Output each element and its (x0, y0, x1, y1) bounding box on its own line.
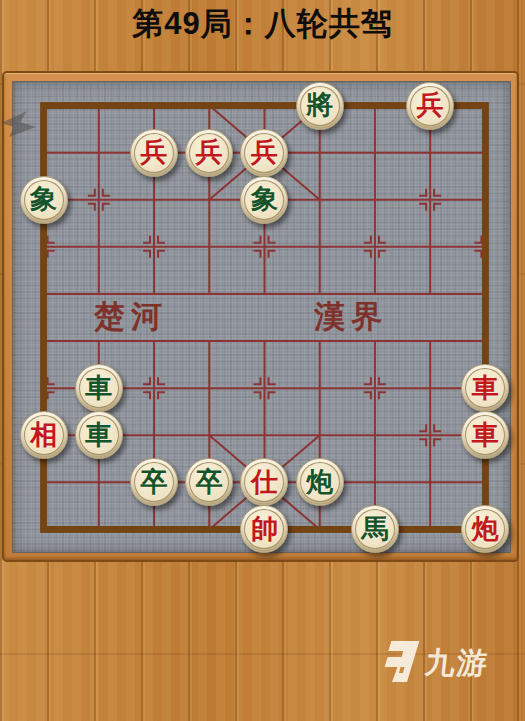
piece-red-soldier[interactable]: 兵 (130, 129, 178, 177)
piece-label: 車 (472, 422, 499, 449)
piece-label: 將 (306, 92, 333, 119)
board-intersections[interactable]: 將兵兵兵兵象象車車相車車卒卒仕炮帥馬炮 (16, 82, 513, 553)
piece-label: 仕 (251, 469, 278, 496)
piece-black-cannon[interactable]: 炮 (296, 458, 344, 506)
piece-label: 炮 (306, 469, 333, 496)
piece-label: 兵 (141, 139, 168, 166)
piece-black-elephant[interactable]: 象 (20, 176, 68, 224)
piece-label: 相 (30, 422, 57, 449)
piece-red-elephant[interactable]: 相 (20, 411, 68, 459)
piece-label: 卒 (196, 469, 223, 496)
piece-red-advisor[interactable]: 仕 (240, 458, 288, 506)
piece-label: 帥 (251, 516, 278, 543)
piece-black-general[interactable]: 將 (296, 82, 344, 130)
piece-black-elephant[interactable]: 象 (240, 176, 288, 224)
jiuyou-logo: 九游 (379, 640, 492, 686)
piece-label: 車 (85, 422, 112, 449)
piece-red-soldier[interactable]: 兵 (406, 82, 454, 130)
piece-black-horse[interactable]: 馬 (351, 505, 399, 553)
board-cloth: 楚河 漢界 將兵兵兵兵象象車車相車車卒卒仕炮帥馬炮 (12, 81, 511, 553)
piece-black-chariot[interactable]: 車 (75, 364, 123, 412)
piece-red-general[interactable]: 帥 (240, 505, 288, 553)
piece-label: 車 (85, 375, 112, 402)
jiuyou-logo-icon (379, 640, 422, 686)
puzzle-title: 第49局：八轮共驾 (0, 3, 525, 45)
piece-label: 馬 (361, 516, 388, 543)
piece-red-chariot[interactable]: 車 (461, 364, 509, 412)
piece-red-soldier[interactable]: 兵 (240, 129, 288, 177)
piece-label: 兵 (196, 139, 223, 166)
piece-label: 車 (472, 375, 499, 402)
piece-black-chariot[interactable]: 車 (75, 411, 123, 459)
jiuyou-logo-text: 九游 (423, 643, 491, 684)
piece-label: 卒 (141, 469, 168, 496)
piece-black-soldier[interactable]: 卒 (130, 458, 178, 506)
piece-label: 象 (251, 186, 278, 213)
board-panel: 楚河 漢界 將兵兵兵兵象象車車相車車卒卒仕炮帥馬炮 (2, 71, 519, 562)
app-background: { "game": "xiangqi", "title": "第49局：八轮共驾… (0, 0, 525, 721)
piece-black-soldier[interactable]: 卒 (185, 458, 233, 506)
piece-label: 兵 (251, 139, 278, 166)
xiangqi-board: 楚河 漢界 將兵兵兵兵象象車車相車車卒卒仕炮帥馬炮 (16, 82, 513, 553)
piece-red-chariot[interactable]: 車 (461, 411, 509, 459)
piece-label: 象 (30, 186, 57, 213)
pointer-arrow-icon (0, 108, 38, 140)
piece-red-cannon[interactable]: 炮 (461, 505, 509, 553)
piece-label: 兵 (417, 92, 444, 119)
piece-red-soldier[interactable]: 兵 (185, 129, 233, 177)
piece-label: 炮 (472, 516, 499, 543)
